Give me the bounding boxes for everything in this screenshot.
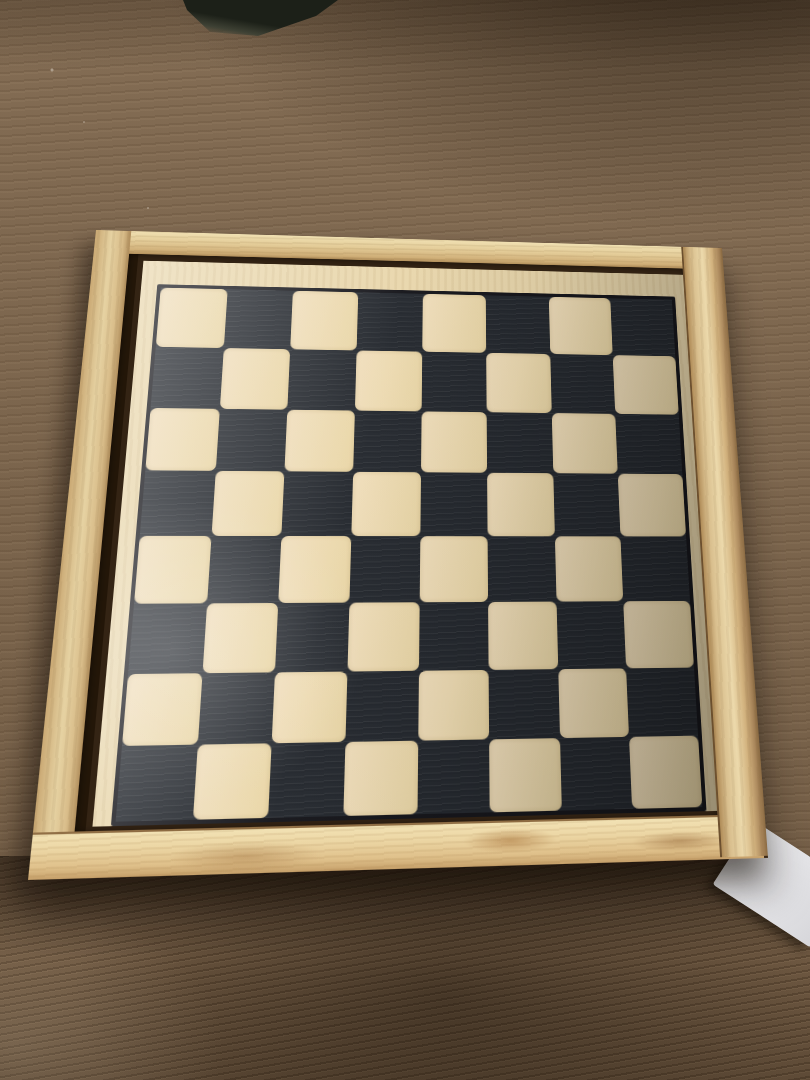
square-h5[interactable] <box>618 474 686 537</box>
square-c7[interactable] <box>288 349 357 410</box>
square-a7[interactable] <box>151 347 224 409</box>
square-e6[interactable] <box>421 411 488 473</box>
square-h4[interactable] <box>621 536 690 601</box>
square-a5[interactable] <box>140 471 216 536</box>
square-g8[interactable] <box>549 297 613 355</box>
square-b2[interactable] <box>197 672 275 745</box>
square-b3[interactable] <box>202 603 278 673</box>
square-c6[interactable] <box>285 409 355 472</box>
square-a3[interactable] <box>128 603 207 673</box>
square-f7[interactable] <box>486 353 551 413</box>
square-c3[interactable] <box>275 602 349 671</box>
square-g5[interactable] <box>553 473 621 536</box>
square-g6[interactable] <box>552 413 619 474</box>
square-f6[interactable] <box>487 412 553 474</box>
square-d3[interactable] <box>347 602 419 671</box>
square-e2[interactable] <box>418 669 489 740</box>
square-e3[interactable] <box>418 602 488 671</box>
square-g7[interactable] <box>550 354 615 414</box>
checker-border <box>111 284 707 826</box>
square-a6[interactable] <box>145 408 219 472</box>
square-a2[interactable] <box>122 673 202 747</box>
square-e7[interactable] <box>421 351 487 411</box>
square-d6[interactable] <box>353 410 421 472</box>
square-g1[interactable] <box>560 737 633 810</box>
square-b7[interactable] <box>220 348 291 409</box>
square-f8[interactable] <box>486 295 550 353</box>
square-a8[interactable] <box>156 288 228 348</box>
square-g2[interactable] <box>558 668 629 738</box>
square-b6[interactable] <box>215 408 287 471</box>
square-h1[interactable] <box>629 736 702 809</box>
square-g3[interactable] <box>556 601 626 669</box>
square-e8[interactable] <box>422 294 487 353</box>
square-g4[interactable] <box>555 536 624 601</box>
square-f2[interactable] <box>489 669 560 740</box>
square-f5[interactable] <box>487 473 554 536</box>
square-h8[interactable] <box>611 298 676 356</box>
square-f4[interactable] <box>488 536 557 601</box>
square-b1[interactable] <box>193 744 272 820</box>
square-h3[interactable] <box>624 601 694 668</box>
square-c5[interactable] <box>282 472 353 537</box>
square-h6[interactable] <box>616 413 683 474</box>
square-d8[interactable] <box>357 292 423 351</box>
game-board <box>92 261 717 827</box>
square-e5[interactable] <box>420 473 488 537</box>
square-f3[interactable] <box>488 601 558 669</box>
square-h7[interactable] <box>613 355 679 414</box>
square-c8[interactable] <box>290 291 358 350</box>
square-a4[interactable] <box>134 536 211 604</box>
scene <box>0 0 810 1080</box>
square-d2[interactable] <box>345 670 418 742</box>
square-e1[interactable] <box>417 740 490 815</box>
square-d4[interactable] <box>349 536 420 602</box>
square-c4[interactable] <box>278 536 351 603</box>
square-h2[interactable] <box>626 667 698 737</box>
square-b4[interactable] <box>207 536 282 603</box>
square-a1[interactable] <box>116 745 198 822</box>
square-d7[interactable] <box>355 350 422 411</box>
square-d1[interactable] <box>343 741 418 816</box>
checker-grid <box>116 288 703 822</box>
table-surface-lower <box>0 856 810 1080</box>
square-f1[interactable] <box>489 738 561 812</box>
game-box <box>28 230 768 880</box>
square-c1[interactable] <box>268 742 345 818</box>
square-b5[interactable] <box>211 471 284 536</box>
square-d5[interactable] <box>351 472 420 536</box>
square-e4[interactable] <box>419 536 488 602</box>
square-c2[interactable] <box>272 671 347 743</box>
square-b8[interactable] <box>224 289 294 349</box>
